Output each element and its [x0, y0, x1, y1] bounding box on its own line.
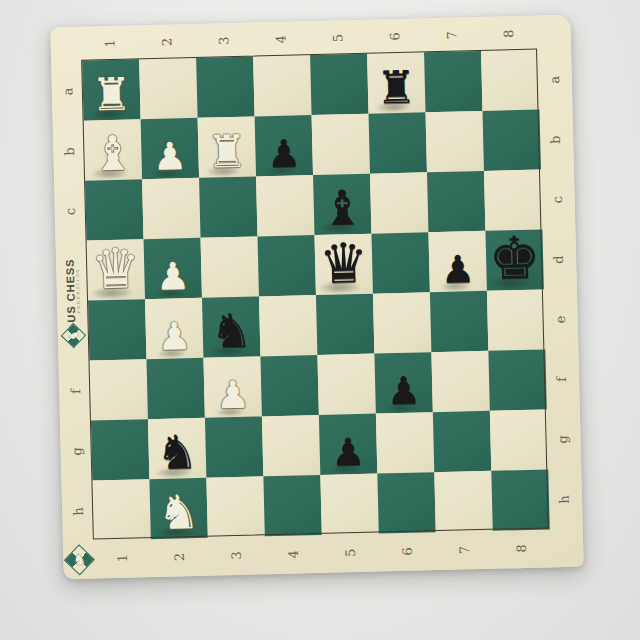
us-chess-logo-icon: ♞	[65, 545, 93, 573]
square-a4	[253, 55, 311, 116]
square-e7	[430, 291, 488, 352]
piece-black-bishop-c5: ♝	[320, 183, 364, 232]
square-h2: ♞	[149, 478, 207, 539]
top-rank-label-4: 4	[252, 22, 310, 56]
square-a5	[310, 54, 368, 115]
photo-of-chess-position: { "game": "chess", "scene": "overhead ph…	[0, 0, 640, 640]
square-a3	[196, 56, 254, 117]
left-file-label-b: b	[54, 121, 85, 182]
square-e8	[487, 289, 545, 350]
bottom-rank-label-4: 4	[265, 535, 323, 573]
piece-black-queen-d5: ♛	[318, 236, 369, 292]
right-file-label-c: c	[541, 169, 573, 230]
bottom-rank-label-2: 2	[151, 538, 209, 576]
square-c7	[427, 171, 485, 232]
piece-white-bishop-b1: ♝	[91, 128, 135, 177]
knight-logo-icon: ♞	[73, 550, 87, 568]
square-f1	[89, 359, 147, 420]
corner-logo: ♞	[64, 541, 95, 579]
top-rank-label-6: 6	[366, 19, 424, 53]
square-g1	[91, 419, 149, 480]
square-h8	[491, 469, 549, 530]
us-chess-branding: ♞ US CHESS FEDERATION	[57, 241, 90, 362]
piece-shadow	[317, 281, 360, 294]
square-a1: ♜	[82, 59, 140, 120]
square-c4	[256, 175, 314, 236]
piece-shadow	[320, 222, 357, 234]
piece-shadow	[330, 465, 360, 474]
square-e5	[316, 294, 374, 355]
right-file-label-f: f	[545, 349, 577, 410]
square-c3	[199, 176, 257, 237]
piece-shadow	[375, 102, 410, 113]
piece-shadow	[440, 282, 470, 291]
square-g8	[490, 409, 548, 470]
square-b4: ♟	[255, 115, 313, 176]
piece-shadow	[386, 404, 416, 413]
square-h7	[434, 471, 492, 532]
square-a6: ♜	[367, 52, 425, 113]
piece-shadow	[156, 349, 186, 358]
square-h4	[263, 475, 321, 536]
piece-black-knight-g2: ♞	[156, 428, 199, 476]
square-f4	[260, 355, 318, 416]
top-rank-label-8: 8	[480, 17, 538, 51]
bottom-rank-label-5: 5	[322, 534, 380, 572]
square-d7: ♟	[428, 231, 486, 292]
piece-shadow	[209, 346, 246, 357]
square-d2: ♟	[144, 238, 202, 299]
square-c5: ♝	[313, 174, 371, 235]
square-c2	[142, 178, 200, 239]
piece-shadow	[155, 467, 192, 478]
square-g5: ♟	[319, 414, 377, 475]
top-rank-label-2: 2	[138, 25, 196, 59]
square-e6	[373, 292, 431, 353]
square-g3	[205, 416, 263, 477]
square-d4	[258, 235, 316, 296]
square-e3: ♞	[202, 296, 260, 357]
square-b3: ♜	[198, 116, 256, 177]
left-file-label-f: f	[59, 361, 90, 422]
federation-subtitle: FEDERATION	[74, 258, 81, 322]
square-b2: ♟	[141, 118, 199, 179]
square-f7	[431, 351, 489, 412]
square-h6	[377, 472, 435, 533]
right-file-label-h: h	[548, 469, 580, 530]
square-f2	[146, 358, 204, 419]
piece-black-knight-e3: ♞	[210, 307, 253, 355]
square-g7	[433, 411, 491, 472]
piece-white-knight-h2: ♞	[157, 488, 200, 536]
piece-white-pawn-d2: ♟	[155, 257, 190, 296]
piece-black-king-d8: ♚	[488, 229, 541, 288]
square-f3: ♟	[203, 356, 261, 417]
piece-shadow	[215, 408, 245, 417]
us-chess-logo-icon: ♞	[63, 324, 86, 347]
square-c1	[85, 179, 143, 240]
square-g2: ♞	[148, 418, 206, 479]
square-a2	[139, 58, 197, 119]
piece-shadow	[152, 169, 182, 178]
piece-white-rook-a1: ♜	[91, 71, 132, 117]
square-e2: ♟	[145, 298, 203, 359]
square-f5	[317, 354, 375, 415]
square-f8	[488, 349, 546, 410]
piece-white-pawn-b2: ♟	[153, 137, 188, 176]
piece-shadow	[266, 166, 296, 175]
piece-shadow	[156, 527, 193, 538]
piece-black-pawn-f6: ♟	[386, 371, 421, 410]
left-file-label-a: a	[52, 61, 83, 122]
square-d6	[371, 232, 429, 293]
piece-black-pawn-b4: ♟	[266, 134, 301, 173]
right-file-label-g: g	[547, 409, 579, 470]
bottom-rank-label-6: 6	[379, 532, 437, 570]
square-e1	[88, 299, 146, 360]
piece-black-pawn-g5: ♟	[331, 433, 366, 472]
square-a8	[481, 50, 539, 111]
square-b1: ♝	[84, 119, 142, 180]
top-rank-label-3: 3	[195, 23, 253, 57]
square-c6	[370, 172, 428, 233]
top-rank-label-5: 5	[309, 21, 367, 55]
piece-shadow	[90, 168, 127, 180]
left-file-label-c: c	[55, 181, 86, 242]
square-h3	[206, 476, 264, 537]
piece-white-pawn-f3: ♟	[215, 376, 250, 415]
square-d5: ♛	[314, 234, 372, 295]
square-b8	[483, 110, 541, 171]
square-e4	[259, 295, 317, 356]
bottom-rank-label-8: 8	[493, 529, 551, 567]
knight-logo-icon: ♞	[67, 330, 81, 341]
square-c8	[484, 169, 542, 230]
piece-black-pawn-d7: ♟	[440, 250, 475, 289]
chess-board: ♞ US CHESS FEDERATION ♞ 1234567812345678…	[51, 16, 581, 578]
top-rank-label-1: 1	[81, 26, 139, 60]
square-g4	[262, 415, 320, 476]
square-d8: ♚	[485, 229, 543, 290]
left-file-label-g: g	[61, 421, 92, 482]
right-file-label-d: d	[542, 229, 574, 290]
piece-shadow	[90, 287, 133, 300]
chess-mat: ♞ US CHESS FEDERATION ♞ 1234567812345678…	[50, 15, 583, 580]
piece-white-rook-b3: ♜	[206, 129, 247, 175]
square-b6	[369, 112, 427, 173]
piece-shadow	[487, 276, 532, 290]
square-h5	[320, 474, 378, 535]
square-d1: ♛	[87, 239, 145, 300]
square-a7	[424, 51, 482, 112]
piece-shadow	[206, 166, 241, 177]
piece-white-pawn-e2: ♟	[157, 317, 192, 356]
bottom-rank-label-1: 1	[94, 539, 152, 577]
piece-white-queen-d1: ♛	[90, 241, 141, 297]
piece-shadow	[90, 109, 125, 120]
square-b7	[426, 111, 484, 172]
square-d3	[201, 236, 259, 297]
piece-black-rook-a6: ♜	[376, 65, 417, 111]
square-b5	[312, 114, 370, 175]
square-f6: ♟	[374, 352, 432, 413]
left-file-label-h: h	[62, 481, 93, 542]
bottom-rank-label-7: 7	[436, 531, 494, 569]
square-h1	[92, 479, 150, 540]
piece-shadow	[155, 289, 185, 298]
right-file-label-e: e	[544, 289, 576, 350]
top-rank-label-7: 7	[423, 18, 481, 52]
right-file-label-b: b	[539, 109, 571, 170]
square-g6	[376, 412, 434, 473]
right-file-label-a: a	[538, 49, 570, 110]
bottom-rank-label-3: 3	[208, 536, 266, 574]
